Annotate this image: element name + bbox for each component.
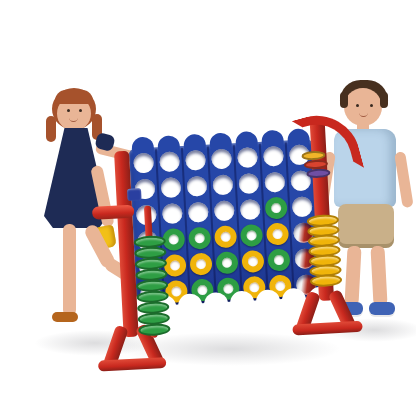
cell-r1c2	[156, 148, 183, 175]
bottom-scallop	[255, 289, 280, 314]
cell-r4c3	[186, 224, 213, 251]
product-photo	[0, 0, 416, 416]
hole	[211, 148, 232, 169]
boy-arm-right	[394, 151, 414, 208]
cell-r3c4	[211, 197, 238, 224]
hole	[238, 173, 259, 194]
hole	[214, 200, 235, 221]
green-ring	[188, 227, 211, 250]
cell-r3c5	[237, 196, 264, 223]
girl-sandal-left	[52, 312, 78, 322]
hole	[237, 147, 258, 168]
boy-face	[344, 88, 382, 126]
boy-eye-right	[370, 104, 373, 107]
green-ring	[265, 197, 288, 220]
boy-leg-right	[370, 246, 387, 307]
yellow-ring	[189, 253, 212, 276]
cell-r2c4	[209, 171, 236, 198]
connect-four-game-set	[93, 110, 350, 378]
bottom-scallop	[204, 292, 229, 317]
hole	[133, 152, 154, 173]
cell-r5c4	[213, 249, 240, 276]
hole	[185, 150, 206, 171]
girl-eye-left	[67, 109, 70, 112]
cell-r1c3	[182, 147, 209, 174]
boy-shorts	[338, 204, 394, 248]
boy-eye-left	[356, 104, 359, 107]
cell-r3c2	[159, 200, 186, 227]
hole	[188, 202, 209, 223]
cell-r1c4	[208, 145, 235, 172]
blue-clamp	[127, 188, 142, 201]
girl-leg-standing	[63, 224, 76, 316]
cell-r5c3	[187, 250, 214, 277]
hole	[292, 196, 313, 217]
hole	[240, 199, 261, 220]
cell-r4c6	[264, 220, 291, 247]
yellow-ring	[241, 250, 264, 273]
cell-r4c5	[238, 222, 265, 249]
cell-r2c3	[183, 173, 210, 200]
girl-braid-left	[46, 116, 56, 142]
girl-bangs	[55, 90, 93, 104]
green-ring	[267, 248, 290, 271]
cell-r1c6	[260, 143, 287, 170]
cell-r5c6	[265, 246, 292, 273]
bottom-scallop	[230, 290, 255, 315]
yellow-ring	[266, 223, 289, 246]
cell-r2c6	[261, 168, 288, 195]
cell-r3c6	[263, 194, 290, 221]
yellow-ring	[214, 225, 237, 248]
girl-eye-right	[79, 109, 82, 112]
cell-r1c1	[130, 149, 157, 176]
frame-left-foot	[98, 357, 166, 372]
cell-r3c3	[185, 199, 212, 226]
hole	[159, 151, 180, 172]
cell-r5c5	[239, 248, 266, 275]
hole	[263, 146, 284, 167]
boy-hair-side-left	[340, 92, 348, 108]
green-ring	[215, 251, 238, 274]
cell-r4c4	[212, 223, 239, 250]
hole	[160, 177, 181, 198]
hole	[186, 176, 207, 197]
hole	[264, 172, 285, 193]
hole	[212, 174, 233, 195]
red-slide-handle	[92, 205, 135, 220]
bottom-scallop	[178, 293, 203, 318]
green-ring	[240, 224, 263, 247]
yellow-stack-ring	[310, 274, 343, 288]
cell-r2c5	[235, 170, 262, 197]
cell-r2c2	[157, 174, 184, 201]
cell-r1c5	[234, 144, 261, 171]
green-stack-ring	[138, 323, 171, 337]
boy-shoe-right	[369, 302, 395, 315]
boy-hair-side-right	[380, 92, 388, 108]
hole	[162, 203, 183, 224]
